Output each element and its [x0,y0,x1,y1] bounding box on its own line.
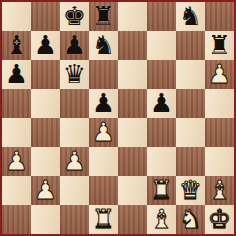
square-e1[interactable] [118,205,147,234]
square-h8[interactable] [205,2,234,31]
square-f5[interactable]: ♟ [147,89,176,118]
piece-black-queen: ♛ [63,61,86,87]
piece-white-king: ♚ [208,206,231,232]
square-a4[interactable] [2,118,31,147]
square-e7[interactable] [118,31,147,60]
square-d3[interactable] [89,147,118,176]
square-b6[interactable] [31,60,60,89]
square-b1[interactable] [31,205,60,234]
square-h1[interactable]: ♚ [205,205,234,234]
square-g8[interactable]: ♞ [176,2,205,31]
square-a2[interactable] [2,176,31,205]
square-g5[interactable] [176,89,205,118]
square-c6[interactable]: ♛ [60,60,89,89]
square-d6[interactable] [89,60,118,89]
square-b4[interactable] [31,118,60,147]
square-a7[interactable]: ♝ [2,31,31,60]
square-f3[interactable] [147,147,176,176]
square-g6[interactable] [176,60,205,89]
piece-white-knight: ♞ [179,206,202,232]
piece-white-bishop: ♝ [150,206,173,232]
piece-white-rook: ♜ [92,206,115,232]
square-d2[interactable] [89,176,118,205]
square-h6[interactable]: ♟ [205,60,234,89]
square-b8[interactable] [31,2,60,31]
piece-white-pawn: ♟ [34,177,57,203]
square-c4[interactable] [60,118,89,147]
square-f1[interactable]: ♝ [147,205,176,234]
square-b5[interactable] [31,89,60,118]
chess-board: ♚♜♞♝♟♟♞♜♟♛♟♟♟♟♟♟♟♜♛♝♜♝♞♚ [0,0,236,236]
square-g2[interactable]: ♛ [176,176,205,205]
square-h5[interactable] [205,89,234,118]
square-c5[interactable] [60,89,89,118]
square-d7[interactable]: ♞ [89,31,118,60]
piece-black-pawn: ♟ [5,61,28,87]
piece-white-pawn: ♟ [5,148,28,174]
square-h7[interactable]: ♜ [205,31,234,60]
square-a5[interactable] [2,89,31,118]
square-a6[interactable]: ♟ [2,60,31,89]
piece-white-bishop: ♝ [208,177,231,203]
square-e5[interactable] [118,89,147,118]
square-b2[interactable]: ♟ [31,176,60,205]
piece-black-pawn: ♟ [150,90,173,116]
square-b3[interactable] [31,147,60,176]
piece-white-pawn: ♟ [92,119,115,145]
square-f6[interactable] [147,60,176,89]
square-c8[interactable]: ♚ [60,2,89,31]
square-b7[interactable]: ♟ [31,31,60,60]
piece-black-rook: ♜ [92,3,115,29]
square-d8[interactable]: ♜ [89,2,118,31]
piece-black-pawn: ♟ [92,90,115,116]
square-h4[interactable] [205,118,234,147]
square-e3[interactable] [118,147,147,176]
piece-black-knight: ♞ [92,32,115,58]
square-a1[interactable] [2,205,31,234]
piece-black-bishop: ♝ [5,32,28,58]
piece-black-knight: ♞ [179,3,202,29]
piece-black-pawn: ♟ [63,32,86,58]
square-c2[interactable] [60,176,89,205]
square-c1[interactable] [60,205,89,234]
piece-black-pawn: ♟ [34,32,57,58]
square-g1[interactable]: ♞ [176,205,205,234]
square-a3[interactable]: ♟ [2,147,31,176]
square-g3[interactable] [176,147,205,176]
square-a8[interactable] [2,2,31,31]
square-f7[interactable] [147,31,176,60]
piece-white-queen: ♛ [179,177,202,203]
square-d1[interactable]: ♜ [89,205,118,234]
square-h3[interactable] [205,147,234,176]
square-c3[interactable]: ♟ [60,147,89,176]
square-d4[interactable]: ♟ [89,118,118,147]
square-e8[interactable] [118,2,147,31]
square-e4[interactable] [118,118,147,147]
piece-black-rook: ♜ [208,32,231,58]
piece-white-rook: ♜ [150,177,173,203]
square-e6[interactable] [118,60,147,89]
piece-white-pawn: ♟ [208,61,231,87]
square-h2[interactable]: ♝ [205,176,234,205]
square-f2[interactable]: ♜ [147,176,176,205]
square-e2[interactable] [118,176,147,205]
square-c7[interactable]: ♟ [60,31,89,60]
square-g4[interactable] [176,118,205,147]
square-f4[interactable] [147,118,176,147]
square-f8[interactable] [147,2,176,31]
square-g7[interactable] [176,31,205,60]
piece-white-pawn: ♟ [63,148,86,174]
piece-black-king: ♚ [63,3,86,29]
square-d5[interactable]: ♟ [89,89,118,118]
